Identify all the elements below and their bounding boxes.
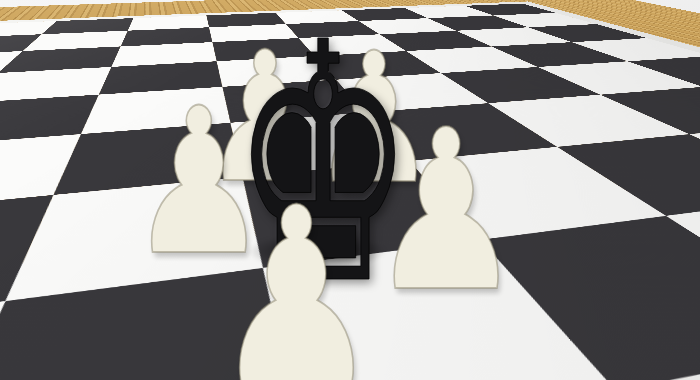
white-pawn-shadow	[376, 253, 505, 286]
white-pawn-d5: ♟	[120, 81, 278, 283]
chessboard-scene: ♟♟♟♚♟♟	[0, 0, 700, 380]
black-king-shadow	[221, 227, 412, 277]
white-pawn-e6: ♟	[195, 28, 335, 208]
white-pawn-f5: ♟	[304, 29, 444, 209]
white-pawn-shadow	[134, 220, 251, 250]
black-king-e5: ♚	[221, 0, 426, 330]
white-pawn-shadow	[220, 342, 361, 378]
white-pawn-d4: ♟	[201, 175, 391, 380]
white-pawn-f4: ♟	[359, 100, 532, 322]
white-pawn-shadow	[207, 152, 311, 179]
white-pawn-shadow	[316, 153, 420, 180]
pieces-layer: ♟♟♟♚♟♟	[0, 0, 700, 380]
